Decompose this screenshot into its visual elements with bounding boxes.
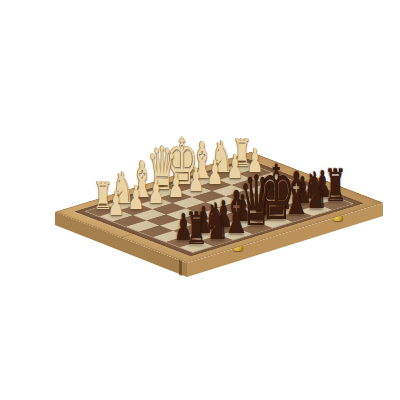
chess-board xyxy=(55,152,383,263)
product-photo-stage: ♜♞♝♛♚♝♞♜♟♟♟♟♟♟♟♟♟♟♟♟♟♟♟♟♜♞♝♛♚♝♞♜ xyxy=(0,0,400,400)
